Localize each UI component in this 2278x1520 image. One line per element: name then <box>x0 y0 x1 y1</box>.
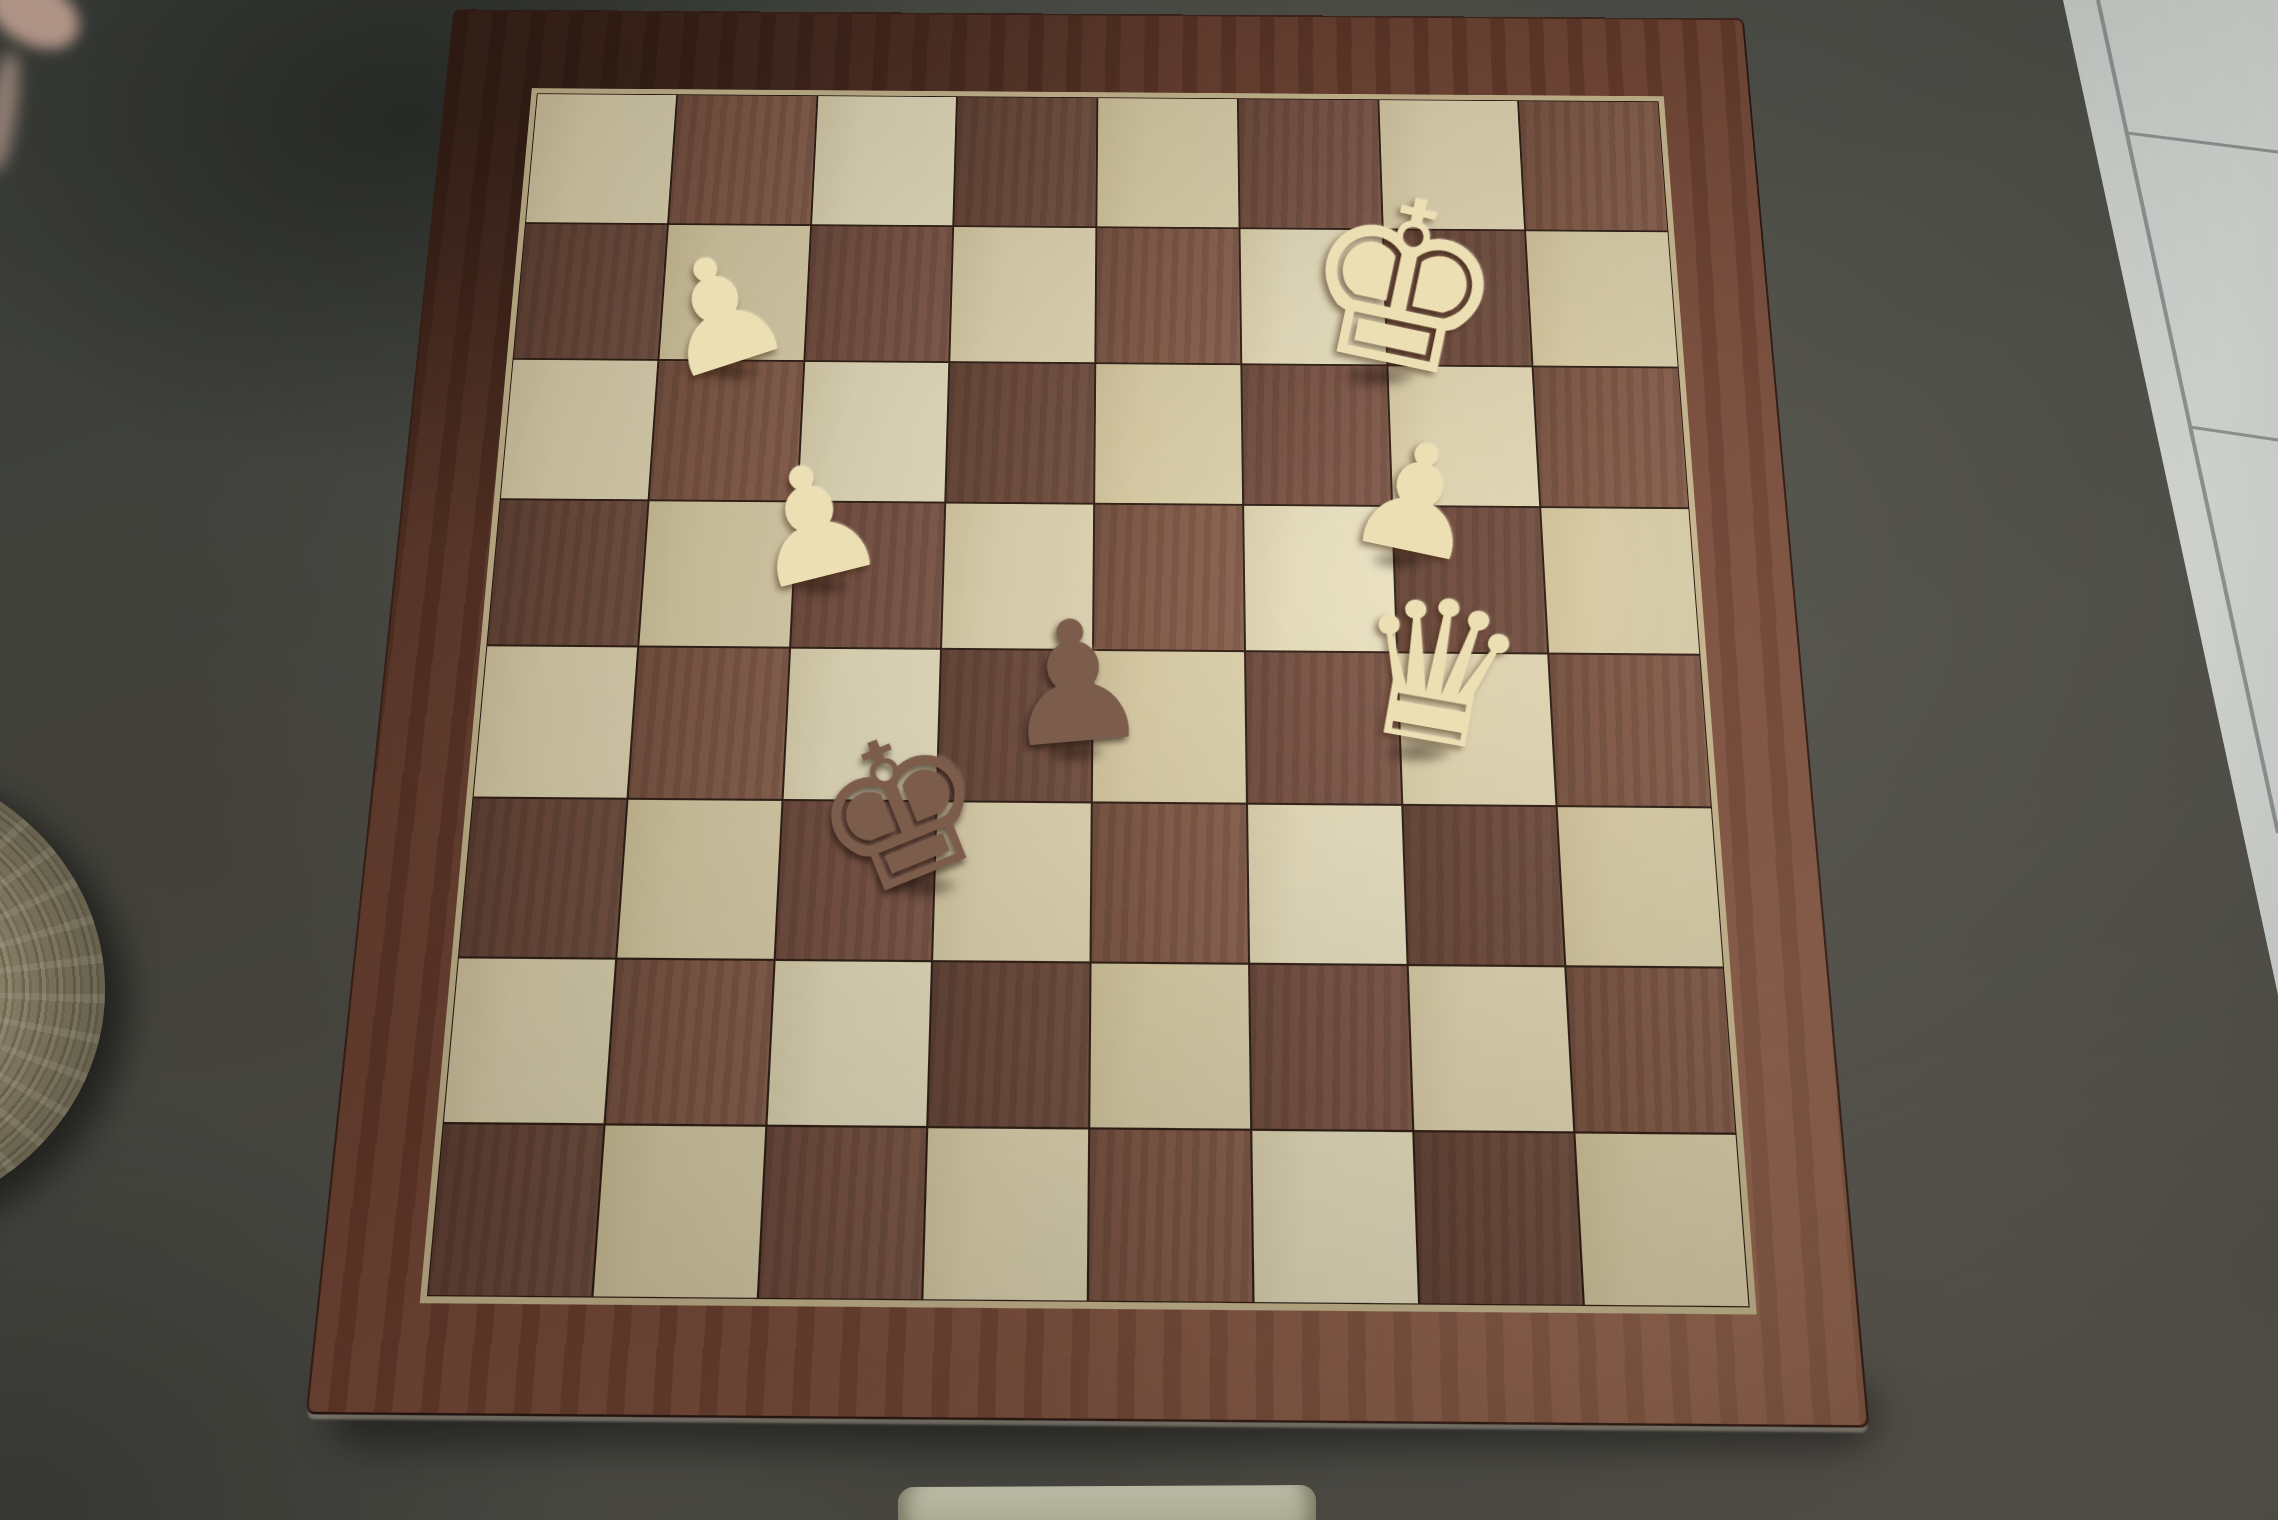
square-h4[interactable] <box>1550 655 1711 807</box>
square-e3[interactable] <box>1092 804 1248 962</box>
square-a8[interactable] <box>526 94 676 223</box>
square-g3[interactable] <box>1403 806 1565 964</box>
square-h1[interactable] <box>1576 1133 1749 1306</box>
light-wood-strip <box>898 1485 1316 1520</box>
square-c1[interactable] <box>758 1127 926 1300</box>
square-a2[interactable] <box>444 958 615 1123</box>
square-h3[interactable] <box>1558 807 1723 966</box>
square-d6[interactable] <box>947 363 1095 503</box>
square-d1[interactable] <box>924 1128 1088 1301</box>
square-f2[interactable] <box>1250 964 1412 1129</box>
square-d7[interactable] <box>951 227 1096 362</box>
square-e8[interactable] <box>1097 98 1238 227</box>
square-c7[interactable] <box>805 226 953 360</box>
square-a1[interactable] <box>428 1124 603 1297</box>
square-d8[interactable] <box>954 97 1096 226</box>
square-h7[interactable] <box>1526 231 1677 366</box>
square-f3[interactable] <box>1248 805 1406 963</box>
square-a4[interactable] <box>474 646 637 798</box>
square-h6[interactable] <box>1534 367 1688 507</box>
square-b8[interactable] <box>669 95 816 224</box>
square-e7[interactable] <box>1096 228 1240 363</box>
square-e2[interactable] <box>1090 963 1250 1128</box>
square-a3[interactable] <box>459 799 626 957</box>
square-b2[interactable] <box>605 959 773 1124</box>
square-a5[interactable] <box>488 500 648 646</box>
square-f1[interactable] <box>1252 1131 1417 1304</box>
square-h5[interactable] <box>1541 508 1699 654</box>
square-h8[interactable] <box>1519 101 1667 231</box>
square-e1[interactable] <box>1089 1129 1252 1302</box>
square-b1[interactable] <box>593 1125 765 1298</box>
square-h2[interactable] <box>1567 967 1736 1133</box>
square-d2[interactable] <box>929 962 1090 1127</box>
white-queen-g4[interactable]: ♛ <box>1333 561 1540 785</box>
square-g1[interactable] <box>1414 1132 1583 1305</box>
square-g2[interactable] <box>1408 966 1573 1131</box>
square-c8[interactable] <box>812 96 957 225</box>
square-e6[interactable] <box>1095 364 1242 504</box>
square-b4[interactable] <box>628 647 788 799</box>
black-pawn-d4[interactable]: ♟ <box>992 593 1157 773</box>
square-b3[interactable] <box>617 800 781 958</box>
square-c2[interactable] <box>767 960 931 1125</box>
square-a6[interactable] <box>501 359 657 499</box>
